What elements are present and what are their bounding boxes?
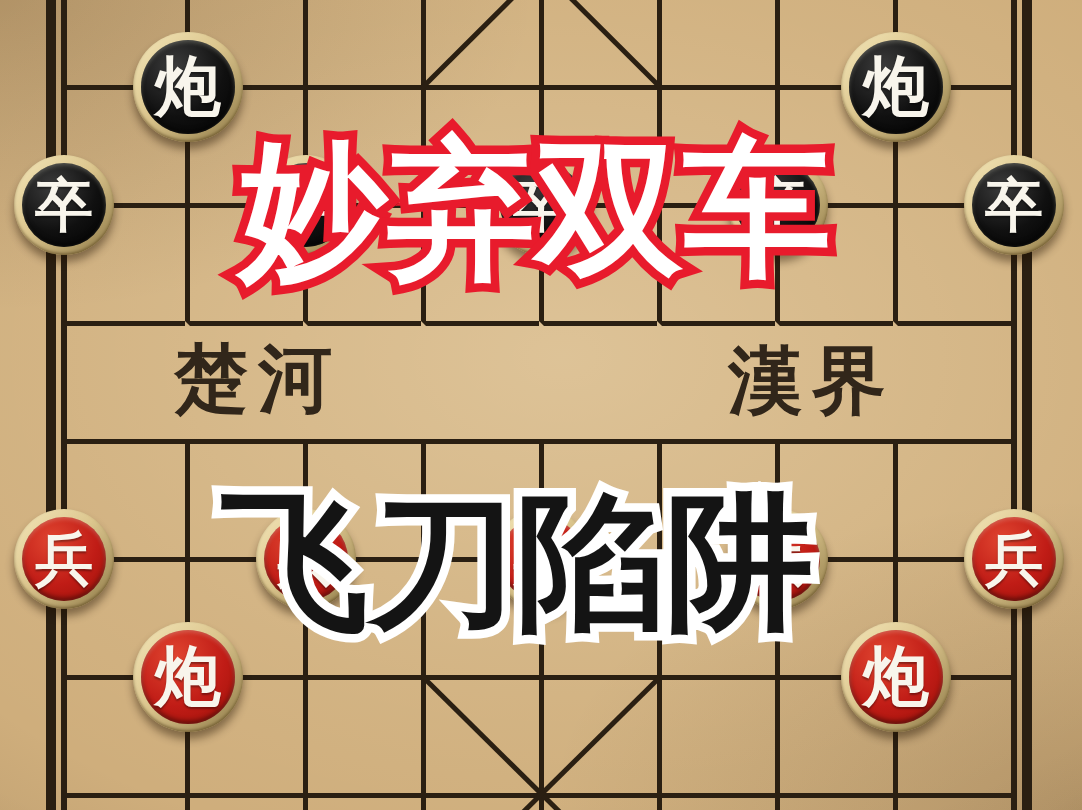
- board-cell: [185, 793, 303, 810]
- board-cell: [303, 793, 421, 810]
- board-cell: [539, 0, 657, 85]
- piece-face: 兵: [22, 517, 106, 601]
- piece-glyph: 兵: [35, 530, 93, 588]
- piece-glyph: 炮: [863, 54, 929, 120]
- board-cell: [657, 793, 775, 810]
- black-cannon-piece[interactable]: 炮: [133, 32, 243, 142]
- river-label-chu-he: 楚河: [174, 341, 342, 415]
- board-cell: [421, 0, 539, 85]
- piece-face: 炮: [849, 630, 943, 724]
- board-cell: [539, 675, 657, 793]
- black-cannon-piece[interactable]: 炮: [841, 32, 951, 142]
- board-cell: [303, 0, 421, 85]
- headline-bottom-flying-knife-trap: 飞刀陷阱 飞刀陷阱: [221, 488, 813, 636]
- black-soldier-piece[interactable]: 卒: [14, 155, 114, 255]
- xiangqi-screenshot: 楚河 漢界 炮 炮 卒 卒 卒 卒 卒 兵 兵 兵 兵 兵 炮 炮 妙弃双车 妙…: [0, 0, 1082, 810]
- piece-face: 炮: [141, 40, 235, 134]
- piece-glyph: 炮: [863, 644, 929, 710]
- headline-text: 妙弃双车: [239, 123, 831, 295]
- board-cell: [421, 675, 539, 793]
- board-cell: [539, 321, 657, 439]
- red-cannon-piece[interactable]: 炮: [841, 622, 951, 732]
- piece-face: 卒: [22, 163, 106, 247]
- board-cell: [893, 321, 1011, 439]
- red-soldier-piece[interactable]: 兵: [14, 509, 114, 609]
- board-cell: [539, 793, 657, 810]
- piece-face: 炮: [849, 40, 943, 134]
- piece-face: 兵: [972, 517, 1056, 601]
- board-cell: [657, 675, 775, 793]
- headline-top-sacrifice-double-chariots: 妙弃双车 妙弃双车: [239, 135, 831, 283]
- board-cell: [421, 321, 539, 439]
- board-cell: [893, 793, 1011, 810]
- red-soldier-piece[interactable]: 兵: [964, 509, 1064, 609]
- board-cell: [775, 793, 893, 810]
- piece-glyph: 兵: [985, 530, 1043, 588]
- piece-glyph: 卒: [985, 176, 1043, 234]
- board-cell: [421, 793, 539, 810]
- black-soldier-piece[interactable]: 卒: [964, 155, 1064, 255]
- piece-glyph: 炮: [155, 644, 221, 710]
- headline-text: 飞刀陷阱: [221, 476, 813, 648]
- piece-face: 卒: [972, 163, 1056, 247]
- board-cell: [67, 321, 185, 439]
- piece-glyph: 炮: [155, 54, 221, 120]
- piece-glyph: 卒: [35, 176, 93, 234]
- river-label-han-jie: 漢界: [728, 343, 896, 417]
- board-cell: [303, 675, 421, 793]
- board-cell: [67, 793, 185, 810]
- board-cell: [657, 0, 775, 85]
